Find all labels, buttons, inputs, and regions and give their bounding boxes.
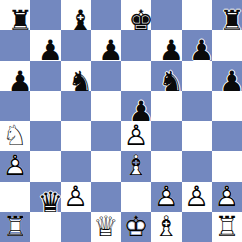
black-knight: ♞: [68, 68, 83, 83]
square-h3[interactable]: [212, 151, 242, 181]
square-d5[interactable]: [91, 91, 121, 121]
square-d2[interactable]: [91, 182, 121, 212]
square-d6[interactable]: [91, 61, 121, 91]
square-d7[interactable]: ♟: [91, 30, 121, 60]
square-e5[interactable]: ♟: [121, 91, 151, 121]
square-a8[interactable]: ♜: [0, 0, 30, 30]
square-h2[interactable]: ♟♙: [212, 182, 242, 212]
white-pawn: ♟♙: [212, 182, 242, 212]
white-pawn: ♟♙: [121, 121, 151, 151]
square-d4[interactable]: [91, 121, 121, 151]
square-g4[interactable]: [182, 121, 212, 151]
square-e7[interactable]: [121, 30, 151, 60]
square-b3[interactable]: [30, 151, 60, 181]
square-a3[interactable]: ♟♙: [0, 151, 30, 181]
square-d3[interactable]: [91, 151, 121, 181]
white-pawn: ♟♙: [0, 151, 30, 181]
square-c7[interactable]: [61, 30, 91, 60]
white-rook: ♜♖: [0, 212, 30, 242]
black-pawn: ♟: [129, 98, 144, 113]
square-g6[interactable]: [182, 61, 212, 91]
square-c1[interactable]: [61, 212, 91, 242]
square-e8[interactable]: ♚: [121, 0, 151, 30]
square-c4[interactable]: [61, 121, 91, 151]
white-pawn: ♟♙: [61, 182, 91, 212]
square-e2[interactable]: [121, 182, 151, 212]
square-f8[interactable]: [151, 0, 181, 30]
black-rook: ♜: [219, 8, 234, 23]
square-b1[interactable]: [30, 212, 60, 242]
square-b8[interactable]: [30, 0, 60, 30]
square-g3[interactable]: [182, 151, 212, 181]
black-king: ♚: [129, 8, 144, 23]
square-e6[interactable]: [121, 61, 151, 91]
square-f4[interactable]: [151, 121, 181, 151]
black-pawn: ♟: [159, 38, 174, 53]
chess-board: ♜♝♚♜♟♟♟♟♟♞♞♟♟♞♘♟♙♟♙♝♗♛♟♙♟♙♟♙♟♙♜♖♛♕♚♔♝♗♜♖: [0, 0, 242, 242]
square-h6[interactable]: ♟: [212, 61, 242, 91]
square-e4[interactable]: ♟♙: [121, 121, 151, 151]
square-c2[interactable]: ♟♙: [61, 182, 91, 212]
white-king: ♚♔: [121, 212, 151, 242]
square-c8[interactable]: ♝: [61, 0, 91, 30]
square-c5[interactable]: [61, 91, 91, 121]
square-h7[interactable]: [212, 30, 242, 60]
square-a6[interactable]: ♟: [0, 61, 30, 91]
square-f2[interactable]: ♟♙: [151, 182, 181, 212]
black-pawn: ♟: [38, 38, 53, 53]
white-queen: ♛♕: [91, 212, 121, 242]
square-g2[interactable]: ♟♙: [182, 182, 212, 212]
square-a7[interactable]: [0, 30, 30, 60]
square-f1[interactable]: ♝♗: [151, 212, 181, 242]
square-d8[interactable]: [91, 0, 121, 30]
black-pawn: ♟: [219, 68, 234, 83]
square-c6[interactable]: ♞: [61, 61, 91, 91]
white-bishop: ♝♗: [121, 151, 151, 181]
black-queen: ♛: [38, 189, 53, 204]
square-f3[interactable]: [151, 151, 181, 181]
square-h8[interactable]: ♜: [212, 0, 242, 30]
square-a1[interactable]: ♜♖: [0, 212, 30, 242]
square-b4[interactable]: [30, 121, 60, 151]
square-a2[interactable]: [0, 182, 30, 212]
square-f5[interactable]: [151, 91, 181, 121]
square-g1[interactable]: [182, 212, 212, 242]
square-f6[interactable]: ♞: [151, 61, 181, 91]
square-g7[interactable]: ♟: [182, 30, 212, 60]
square-e3[interactable]: ♝♗: [121, 151, 151, 181]
square-h4[interactable]: [212, 121, 242, 151]
black-pawn: ♟: [189, 38, 204, 53]
black-pawn: ♟: [98, 38, 113, 53]
black-pawn: ♟: [8, 68, 23, 83]
square-b2[interactable]: ♛: [30, 182, 60, 212]
square-c3[interactable]: [61, 151, 91, 181]
square-d1[interactable]: ♛♕: [91, 212, 121, 242]
square-a5[interactable]: [0, 91, 30, 121]
square-g5[interactable]: [182, 91, 212, 121]
white-pawn: ♟♙: [151, 182, 181, 212]
square-f7[interactable]: ♟: [151, 30, 181, 60]
white-rook: ♜♖: [212, 212, 242, 242]
white-pawn: ♟♙: [182, 182, 212, 212]
square-h1[interactable]: ♜♖: [212, 212, 242, 242]
white-bishop: ♝♗: [151, 212, 181, 242]
square-b6[interactable]: [30, 61, 60, 91]
square-h5[interactable]: [212, 91, 242, 121]
white-knight: ♞♘: [0, 121, 30, 151]
black-bishop: ♝: [68, 8, 83, 23]
black-rook: ♜: [8, 8, 23, 23]
square-g8[interactable]: [182, 0, 212, 30]
square-e1[interactable]: ♚♔: [121, 212, 151, 242]
square-b7[interactable]: ♟: [30, 30, 60, 60]
black-knight: ♞: [159, 68, 174, 83]
square-b5[interactable]: [30, 91, 60, 121]
square-a4[interactable]: ♞♘: [0, 121, 30, 151]
